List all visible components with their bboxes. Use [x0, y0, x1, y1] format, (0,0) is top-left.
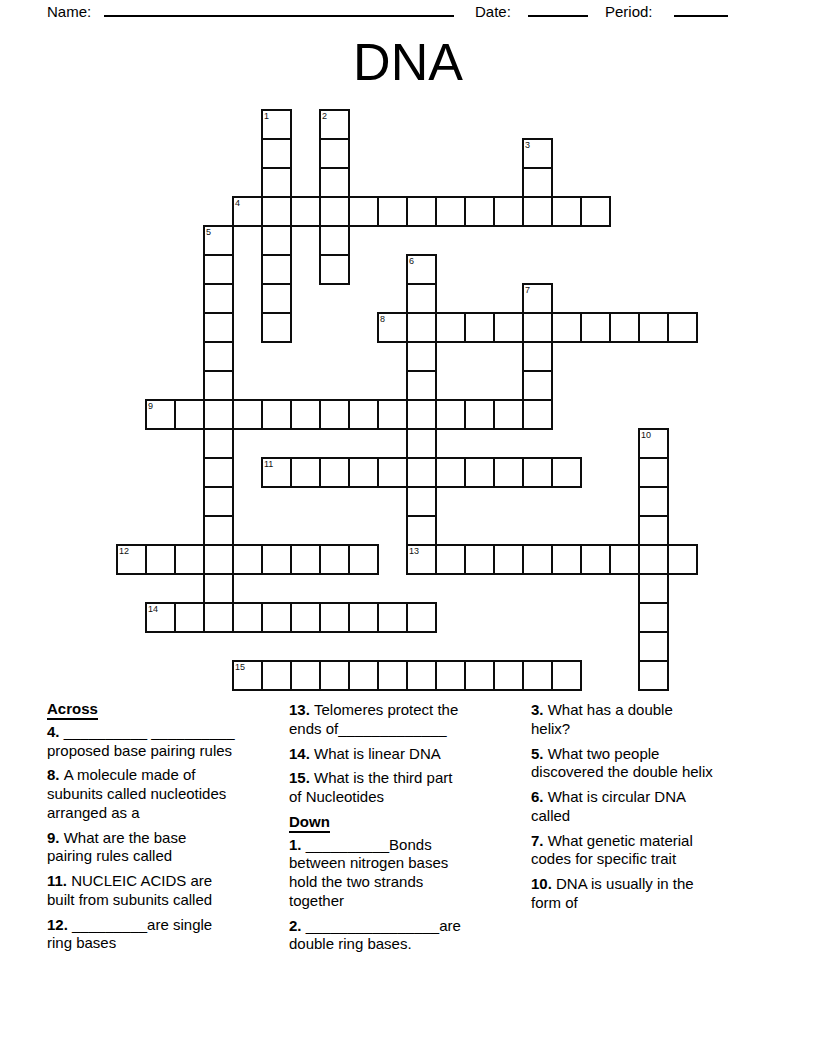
grid-cell[interactable]: [290, 457, 321, 488]
grid-cell[interactable]: 4: [232, 196, 263, 227]
grid-cell[interactable]: [348, 660, 379, 691]
grid-cell[interactable]: [348, 602, 379, 633]
grid-cell[interactable]: [145, 544, 176, 575]
grid-cell[interactable]: 8: [377, 312, 408, 343]
grid-cell[interactable]: [203, 283, 234, 314]
clue-text: ________________are double ring bases.: [289, 917, 461, 953]
grid-cell[interactable]: [232, 602, 263, 633]
grid-cell[interactable]: [203, 312, 234, 343]
grid-cell[interactable]: [319, 196, 350, 227]
clue-text: NUCLEIC ACIDS are built from subunits ca…: [47, 872, 212, 908]
clue-number: 13: [409, 546, 419, 556]
grid-cell[interactable]: [522, 457, 553, 488]
date-blank-line[interactable]: [528, 15, 588, 17]
grid-cell[interactable]: [638, 457, 669, 488]
clue-number-label: 6.: [531, 788, 548, 805]
grid-cell[interactable]: [406, 428, 437, 459]
clue-text: What are the base pairing rules called: [47, 829, 186, 865]
grid-cell[interactable]: [261, 602, 292, 633]
clue-number-label: 1.: [289, 836, 306, 853]
clue-number: 3: [525, 140, 530, 150]
clue-number-label: 7.: [531, 832, 548, 849]
clue-text: What is linear DNA: [314, 745, 441, 762]
clue: 7. What genetic material codes for speci…: [531, 832, 781, 870]
grid-cell[interactable]: 3: [522, 138, 553, 169]
clue-number-label: 10.: [531, 875, 556, 892]
grid-cell[interactable]: 2: [319, 109, 350, 140]
grid-cell[interactable]: [522, 370, 553, 401]
grid-cell[interactable]: [522, 341, 553, 372]
grid-cell[interactable]: [319, 138, 350, 169]
grid-cell[interactable]: [319, 254, 350, 285]
grid-cell[interactable]: [522, 196, 553, 227]
grid-cell[interactable]: [406, 457, 437, 488]
down-heading: Down: [289, 813, 517, 832]
clue-text: _________are single ring bases: [47, 916, 212, 952]
clue-text: What has a double helix?: [531, 701, 673, 737]
clue-number-label: 2.: [289, 917, 306, 934]
clue-number: 9: [148, 401, 153, 411]
clue-number-label: 4.: [47, 723, 64, 740]
clue-number: 1: [264, 111, 269, 121]
grid-cell[interactable]: [261, 196, 292, 227]
grid-cell[interactable]: [348, 399, 379, 430]
grid-cell[interactable]: [406, 312, 437, 343]
grid-cell[interactable]: [522, 544, 553, 575]
clue-number: 5: [206, 227, 211, 237]
grid-cell[interactable]: [377, 660, 408, 691]
grid-cell[interactable]: [319, 225, 350, 256]
grid-cell[interactable]: [464, 312, 495, 343]
grid-cell[interactable]: [580, 196, 611, 227]
grid-cell[interactable]: [638, 515, 669, 546]
grid-cell[interactable]: [435, 660, 466, 691]
clue-number-label: 14.: [289, 745, 314, 762]
grid-cell[interactable]: 7: [522, 283, 553, 314]
grid-cell[interactable]: [203, 515, 234, 546]
clue-number-label: 3.: [531, 701, 548, 718]
clue-text: What is circular DNA called: [531, 788, 686, 824]
grid-cell[interactable]: [348, 196, 379, 227]
clue-number-label: 15.: [289, 769, 314, 786]
grid-cell[interactable]: [522, 399, 553, 430]
grid-cell[interactable]: [551, 312, 582, 343]
grid-cell[interactable]: [319, 167, 350, 198]
clue-column-middle: 13. Telomeres protect the ends of_______…: [289, 701, 517, 960]
crossword-grid: 123456789101112131415: [116, 109, 698, 691]
grid-cell[interactable]: [406, 515, 437, 546]
grid-cell[interactable]: [406, 602, 437, 633]
grid-cell[interactable]: [203, 370, 234, 401]
grid-cell[interactable]: [638, 486, 669, 517]
grid-cell[interactable]: 14: [145, 602, 176, 633]
clue-number: 12: [119, 546, 129, 556]
grid-cell[interactable]: [203, 341, 234, 372]
clue: 15. What is the third part of Nucleotide…: [289, 769, 517, 807]
grid-cell[interactable]: [522, 660, 553, 691]
grid-cell[interactable]: [261, 283, 292, 314]
grid-cell[interactable]: [290, 544, 321, 575]
grid-cell[interactable]: [551, 457, 582, 488]
clue: 10. DNA is usually in the form of: [531, 875, 781, 913]
grid-cell[interactable]: [406, 486, 437, 517]
grid-cell[interactable]: [174, 399, 205, 430]
grid-cell[interactable]: [493, 544, 524, 575]
grid-cell[interactable]: [406, 196, 437, 227]
clue: 11. NUCLEIC ACIDS are built from subunit…: [47, 872, 285, 910]
clue: 8. A molecule made of subunits called nu…: [47, 766, 285, 822]
grid-cell[interactable]: [609, 544, 640, 575]
clue-number: 14: [148, 604, 158, 614]
grid-cell[interactable]: [261, 254, 292, 285]
grid-cell[interactable]: [464, 457, 495, 488]
clue-text: Telomeres protect the ends of___________…: [289, 701, 458, 737]
clue-number: 8: [380, 314, 385, 324]
grid-cell[interactable]: [174, 602, 205, 633]
grid-cell[interactable]: [522, 312, 553, 343]
grid-cell[interactable]: [435, 312, 466, 343]
clue-text: What is the third part of Nucleotides: [289, 769, 452, 805]
grid-cell[interactable]: [348, 457, 379, 488]
grid-cell[interactable]: [406, 341, 437, 372]
grid-cell[interactable]: [232, 399, 263, 430]
grid-cell[interactable]: [406, 660, 437, 691]
grid-cell[interactable]: [290, 399, 321, 430]
clue: 9. What are the base pairing rules calle…: [47, 829, 285, 867]
grid-cell[interactable]: 10: [638, 428, 669, 459]
grid-cell[interactable]: 9: [145, 399, 176, 430]
grid-cell[interactable]: [203, 399, 234, 430]
clue-number-label: 5.: [531, 745, 548, 762]
clue: 6. What is circular DNA called: [531, 788, 781, 826]
clue-text: __________Bonds between nitrogen bases h…: [289, 836, 448, 909]
clue-number-label: 12.: [47, 916, 72, 933]
clue-text: __________ __________ proposed base pair…: [47, 723, 235, 759]
grid-cell[interactable]: [638, 544, 669, 575]
grid-cell[interactable]: [319, 602, 350, 633]
grid-cell[interactable]: [203, 428, 234, 459]
grid-cell[interactable]: [667, 544, 698, 575]
clue: 2. ________________are double ring bases…: [289, 917, 517, 955]
clue-number: 2: [322, 111, 327, 121]
grid-cell[interactable]: [319, 457, 350, 488]
grid-cell[interactable]: [290, 196, 321, 227]
grid-cell[interactable]: 13: [406, 544, 437, 575]
grid-cell[interactable]: [174, 544, 205, 575]
grid-cell[interactable]: 6: [406, 254, 437, 285]
grid-cell[interactable]: [203, 486, 234, 517]
clue-column-left: Across4. __________ __________ proposed …: [47, 700, 285, 959]
clue-text: What genetic material codes for specific…: [531, 832, 693, 868]
grid-cell[interactable]: [406, 370, 437, 401]
grid-cell[interactable]: [638, 631, 669, 662]
grid-cell[interactable]: [203, 573, 234, 604]
clue: 1. __________Bonds between nitrogen base…: [289, 836, 517, 911]
clue-number-label: 8.: [47, 766, 64, 783]
period-label: Period:: [605, 3, 653, 20]
grid-cell[interactable]: [261, 312, 292, 343]
grid-cell[interactable]: [464, 660, 495, 691]
grid-cell[interactable]: [638, 602, 669, 633]
grid-cell[interactable]: [377, 602, 408, 633]
date-label: Date:: [475, 3, 511, 20]
grid-cell[interactable]: [551, 660, 582, 691]
grid-cell[interactable]: 5: [203, 225, 234, 256]
grid-cell[interactable]: [464, 399, 495, 430]
grid-cell[interactable]: [435, 399, 466, 430]
grid-cell[interactable]: [551, 544, 582, 575]
grid-cell[interactable]: [493, 196, 524, 227]
grid-cell[interactable]: 15: [232, 660, 263, 691]
grid-cell[interactable]: [464, 196, 495, 227]
clue-number-label: 13.: [289, 701, 314, 718]
grid-cell[interactable]: [261, 167, 292, 198]
grid-cell[interactable]: [406, 399, 437, 430]
grid-cell[interactable]: [377, 457, 408, 488]
clue-number-label: 9.: [47, 829, 64, 846]
grid-cell[interactable]: [638, 573, 669, 604]
grid-cell[interactable]: 11: [261, 457, 292, 488]
clue-number: 15: [235, 662, 245, 672]
grid-cell[interactable]: 1: [261, 109, 292, 140]
page-title: DNA: [0, 36, 816, 88]
grid-cell[interactable]: [261, 660, 292, 691]
grid-cell[interactable]: [638, 660, 669, 691]
clue-number: 4: [235, 198, 240, 208]
grid-cell[interactable]: [203, 544, 234, 575]
grid-cell[interactable]: [290, 602, 321, 633]
grid-cell[interactable]: [580, 312, 611, 343]
grid-cell[interactable]: [580, 544, 611, 575]
grid-cell[interactable]: [493, 660, 524, 691]
grid-cell[interactable]: [435, 457, 466, 488]
grid-cell[interactable]: [464, 544, 495, 575]
clue-text: DNA is usually in the form of: [531, 875, 694, 911]
grid-cell[interactable]: [667, 312, 698, 343]
grid-cell[interactable]: [261, 544, 292, 575]
name-blank-line[interactable]: [104, 15, 454, 17]
clue: 13. Telomeres protect the ends of_______…: [289, 701, 517, 739]
across-heading: Across: [47, 700, 285, 719]
grid-cell[interactable]: [609, 312, 640, 343]
grid-cell[interactable]: [435, 544, 466, 575]
clue-column-right: 3. What has a double helix?5. What two p…: [531, 701, 781, 919]
clue: 4. __________ __________ proposed base p…: [47, 723, 285, 761]
grid-cell[interactable]: [493, 312, 524, 343]
grid-cell[interactable]: [319, 399, 350, 430]
period-blank-line[interactable]: [674, 15, 728, 17]
grid-cell[interactable]: [319, 544, 350, 575]
grid-cell[interactable]: [290, 660, 321, 691]
grid-cell[interactable]: [261, 138, 292, 169]
grid-cell[interactable]: [203, 254, 234, 285]
clue: 14. What is linear DNA: [289, 745, 517, 764]
grid-cell[interactable]: [638, 312, 669, 343]
grid-cell[interactable]: [493, 457, 524, 488]
grid-cell[interactable]: [435, 196, 466, 227]
clue: 5. What two people discovered the double…: [531, 745, 781, 783]
clue: 3. What has a double helix?: [531, 701, 781, 739]
grid-cell[interactable]: [348, 544, 379, 575]
clue-number: 7: [525, 285, 530, 295]
clue-text: A molecule made of subunits called nucle…: [47, 766, 226, 821]
grid-cell[interactable]: [493, 399, 524, 430]
grid-cell[interactable]: [551, 196, 582, 227]
clue: 12. _________are single ring bases: [47, 916, 285, 954]
grid-cell[interactable]: [203, 602, 234, 633]
grid-cell[interactable]: [377, 399, 408, 430]
grid-cell[interactable]: [406, 283, 437, 314]
clue-text: What two people discovered the double he…: [531, 745, 713, 781]
clue-number: 11: [264, 459, 273, 469]
clue-number: 10: [641, 430, 651, 440]
grid-cell[interactable]: [261, 225, 292, 256]
grid-cell[interactable]: 12: [116, 544, 147, 575]
grid-cell[interactable]: [522, 167, 553, 198]
grid-cell[interactable]: [203, 457, 234, 488]
grid-cell[interactable]: [232, 544, 263, 575]
grid-cell[interactable]: [377, 196, 408, 227]
clue-number-label: 11.: [47, 872, 71, 889]
grid-cell[interactable]: [319, 660, 350, 691]
clue-number: 6: [409, 256, 414, 266]
name-label: Name:: [47, 3, 91, 20]
grid-cell[interactable]: [261, 399, 292, 430]
